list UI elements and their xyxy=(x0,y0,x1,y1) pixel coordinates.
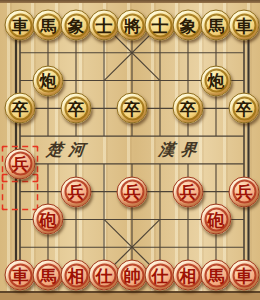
piece-glyph: 兵 xyxy=(68,184,85,201)
piece-black-horse[interactable]: 馬 xyxy=(33,10,64,41)
piece-glyph: 兵 xyxy=(236,184,253,201)
piece-black-soldier[interactable]: 卒 xyxy=(173,93,204,124)
piece-glyph: 砲 xyxy=(40,211,57,228)
xiangqi-board[interactable]: 楚河 漢界 車馬象士將士象馬車炮炮卒卒卒卒卒兵兵兵兵兵砲砲車馬相仕帥仕相馬車 xyxy=(0,0,260,300)
piece-glyph: 相 xyxy=(180,267,197,284)
piece-red-chariot[interactable]: 車 xyxy=(229,260,260,291)
piece-glyph: 炮 xyxy=(40,73,57,90)
piece-red-chariot[interactable]: 車 xyxy=(5,260,36,291)
piece-glyph: 兵 xyxy=(12,156,29,173)
piece-red-general[interactable]: 帥 xyxy=(117,260,148,291)
piece-glyph: 車 xyxy=(12,17,29,34)
river-label-left: 楚河 xyxy=(42,140,91,161)
piece-glyph: 卒 xyxy=(12,100,29,117)
piece-glyph: 兵 xyxy=(180,184,197,201)
piece-black-soldier[interactable]: 卒 xyxy=(117,93,148,124)
piece-glyph: 仕 xyxy=(96,267,113,284)
piece-red-soldier[interactable]: 兵 xyxy=(5,148,36,179)
piece-black-elephant[interactable]: 象 xyxy=(173,10,204,41)
piece-glyph: 將 xyxy=(124,17,141,34)
piece-red-elephant[interactable]: 相 xyxy=(61,260,92,291)
piece-black-cannon[interactable]: 炮 xyxy=(33,65,64,96)
piece-black-soldier[interactable]: 卒 xyxy=(229,93,260,124)
piece-red-soldier[interactable]: 兵 xyxy=(173,176,204,207)
piece-glyph: 士 xyxy=(96,17,113,34)
piece-glyph: 卒 xyxy=(236,100,253,117)
piece-red-horse[interactable]: 馬 xyxy=(201,260,232,291)
piece-glyph: 卒 xyxy=(124,100,141,117)
piece-glyph: 車 xyxy=(236,267,253,284)
piece-black-horse[interactable]: 馬 xyxy=(201,10,232,41)
piece-black-soldier[interactable]: 卒 xyxy=(61,93,92,124)
piece-black-general[interactable]: 將 xyxy=(117,10,148,41)
piece-glyph: 象 xyxy=(68,17,85,34)
piece-black-cannon[interactable]: 炮 xyxy=(201,65,232,96)
piece-glyph: 卒 xyxy=(68,100,85,117)
piece-red-horse[interactable]: 馬 xyxy=(33,260,64,291)
piece-glyph: 馬 xyxy=(208,267,225,284)
piece-glyph: 炮 xyxy=(208,73,225,90)
piece-black-elephant[interactable]: 象 xyxy=(61,10,92,41)
piece-black-advisor[interactable]: 士 xyxy=(89,10,120,41)
piece-black-soldier[interactable]: 卒 xyxy=(5,93,36,124)
piece-glyph: 帥 xyxy=(124,267,141,284)
piece-red-advisor[interactable]: 仕 xyxy=(89,260,120,291)
board-grid xyxy=(0,0,260,300)
piece-red-cannon[interactable]: 砲 xyxy=(201,204,232,235)
piece-glyph: 馬 xyxy=(208,17,225,34)
piece-glyph: 馬 xyxy=(40,17,57,34)
piece-glyph: 兵 xyxy=(124,184,141,201)
piece-glyph: 仕 xyxy=(152,267,169,284)
piece-glyph: 象 xyxy=(180,17,197,34)
piece-black-chariot[interactable]: 車 xyxy=(229,10,260,41)
piece-red-advisor[interactable]: 仕 xyxy=(145,260,176,291)
piece-glyph: 車 xyxy=(236,17,253,34)
piece-red-cannon[interactable]: 砲 xyxy=(33,204,64,235)
piece-glyph: 卒 xyxy=(180,100,197,117)
piece-glyph: 馬 xyxy=(40,267,57,284)
piece-red-soldier[interactable]: 兵 xyxy=(229,176,260,207)
piece-glyph: 砲 xyxy=(208,211,225,228)
piece-black-advisor[interactable]: 士 xyxy=(145,10,176,41)
piece-black-chariot[interactable]: 車 xyxy=(5,10,36,41)
piece-glyph: 車 xyxy=(12,267,29,284)
piece-red-soldier[interactable]: 兵 xyxy=(61,176,92,207)
piece-red-elephant[interactable]: 相 xyxy=(173,260,204,291)
xiangqi-app: 楚河 漢界 車馬象士將士象馬車炮炮卒卒卒卒卒兵兵兵兵兵砲砲車馬相仕帥仕相馬車 xyxy=(0,0,260,300)
piece-glyph: 相 xyxy=(68,267,85,284)
piece-red-soldier[interactable]: 兵 xyxy=(117,176,148,207)
piece-glyph: 士 xyxy=(152,17,169,34)
river-label-right: 漢界 xyxy=(154,140,203,161)
